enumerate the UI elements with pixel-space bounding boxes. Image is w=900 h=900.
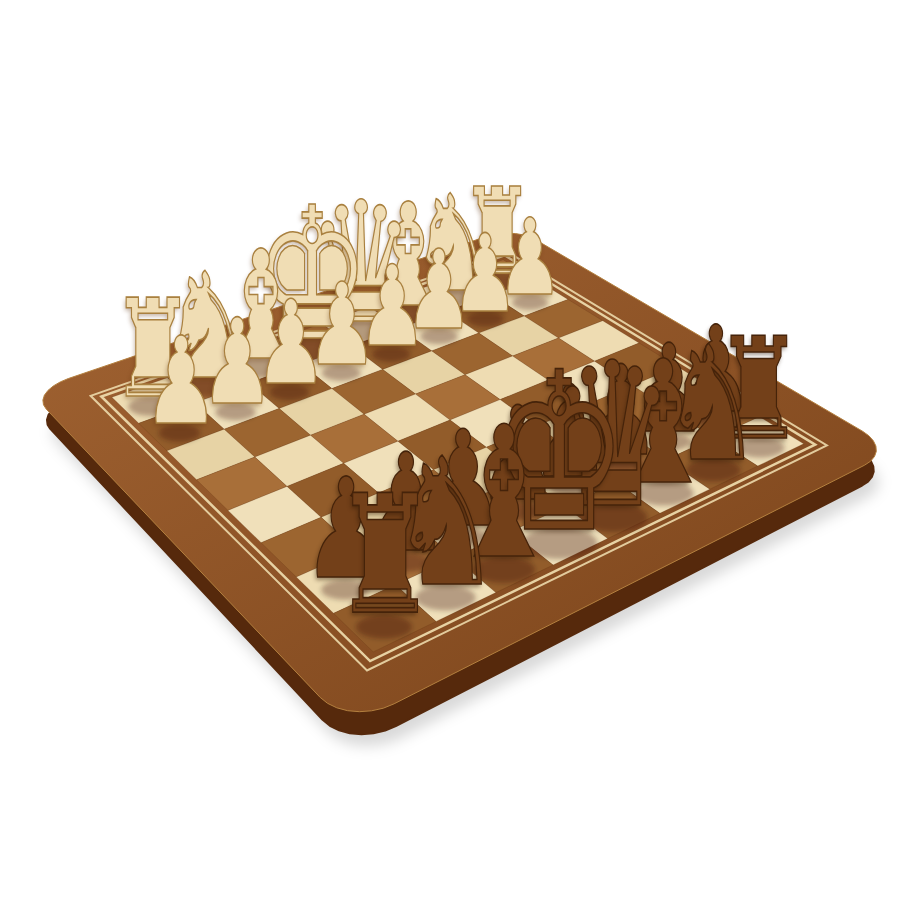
piece-shadow (372, 346, 410, 362)
piece-shadow (697, 412, 738, 429)
piece-shadow (234, 357, 286, 379)
chess-set-photo: ♜♞♝♛♚♝♞♜♟♟♟♟♟♟♟♟♟♟♟♟♟♟♟♟♜♞♝♛♚♝♞♜ (0, 0, 900, 900)
piece-shadow (322, 365, 361, 381)
piece-shadow (420, 328, 458, 344)
piece-shadow (579, 503, 647, 532)
piece-shadow (270, 384, 310, 401)
piece-shadow (383, 304, 432, 325)
piece-shadow (522, 527, 597, 559)
piece-shadow (686, 459, 740, 482)
piece-shadow (356, 615, 412, 639)
chess-board (0, 0, 900, 900)
piece-shadow (635, 481, 693, 505)
piece-shadow (332, 319, 389, 343)
piece-shadow (512, 295, 548, 310)
piece-shadow (128, 397, 174, 416)
piece-shadow (215, 404, 255, 421)
piece-shadow (473, 557, 535, 583)
piece-shadow (280, 336, 343, 362)
piece-shadow (467, 311, 504, 326)
piece-shadow (182, 376, 232, 397)
piece-shadow (736, 438, 784, 458)
piece-shadow (440, 527, 485, 546)
piece-shadow (321, 580, 368, 600)
piece-shadow (415, 585, 476, 610)
piece-shadow (477, 273, 518, 290)
piece-shadow (550, 478, 593, 496)
piece-shadow (159, 424, 200, 441)
piece-shadow (601, 455, 644, 473)
piece-shadow (431, 288, 477, 307)
piece-shadow (382, 553, 428, 572)
piece-shadow (650, 433, 692, 450)
piece-shadow (496, 502, 540, 521)
